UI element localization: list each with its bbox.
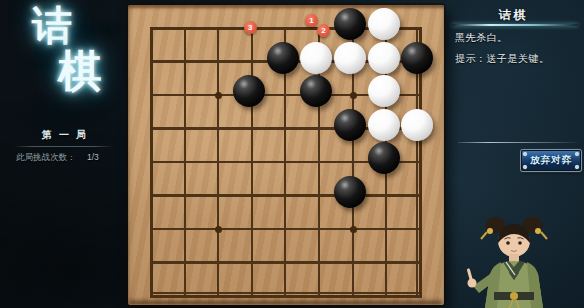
white-stone [368, 42, 400, 74]
board-point[interactable] [336, 112, 370, 146]
title-divider [452, 24, 578, 26]
board-point[interactable] [135, 78, 169, 112]
board-point[interactable] [235, 212, 269, 246]
black-stone [233, 75, 265, 107]
board-point[interactable] [168, 145, 202, 179]
board-point[interactable] [202, 45, 236, 79]
board-point[interactable] [269, 45, 303, 79]
attempts-label: 此局挑战次数： [16, 152, 76, 164]
move-marker-1: 1 [305, 14, 318, 27]
white-stone [401, 109, 433, 141]
board-point[interactable] [135, 246, 169, 280]
board-point[interactable] [303, 112, 337, 146]
move-marker-2: 2 [317, 24, 330, 37]
board-point[interactable] [370, 212, 404, 246]
board-point[interactable] [135, 279, 169, 308]
board-point[interactable] [403, 145, 437, 179]
board-point[interactable] [235, 112, 269, 146]
board-point[interactable] [202, 145, 236, 179]
board-point[interactable] [168, 112, 202, 146]
board-point[interactable] [403, 112, 437, 146]
black-stone [300, 75, 332, 107]
board-point[interactable] [370, 246, 404, 280]
board-point[interactable] [168, 246, 202, 280]
board-point[interactable] [168, 78, 202, 112]
board-point[interactable] [135, 179, 169, 213]
white-stone [368, 75, 400, 107]
board-point[interactable] [336, 246, 370, 280]
move-marker-3: 3 [244, 21, 257, 34]
puzzle-hint: 提示：送子是关键。 [455, 52, 550, 66]
board-point[interactable] [336, 212, 370, 246]
board-point[interactable] [235, 45, 269, 79]
npc-character [457, 212, 577, 308]
white-stone [368, 8, 400, 40]
board-point[interactable] [235, 78, 269, 112]
board-point[interactable] [403, 45, 437, 79]
board-point[interactable] [269, 179, 303, 213]
board-point[interactable] [403, 78, 437, 112]
board-point[interactable] [168, 179, 202, 213]
button-divider [458, 142, 580, 143]
board-point[interactable] [135, 145, 169, 179]
black-stone [334, 8, 366, 40]
white-stone [334, 42, 366, 74]
board-point[interactable] [370, 279, 404, 308]
board-point[interactable] [269, 78, 303, 112]
board-point[interactable] [269, 112, 303, 146]
board-point[interactable] [403, 11, 437, 45]
board-point[interactable] [202, 279, 236, 308]
white-stone [368, 109, 400, 141]
board-point[interactable] [135, 212, 169, 246]
board-point[interactable] [235, 145, 269, 179]
board-point[interactable] [303, 179, 337, 213]
board-point[interactable] [370, 11, 404, 45]
white-stone [300, 42, 332, 74]
black-stone [368, 142, 400, 174]
board-point[interactable] [135, 45, 169, 79]
board-point[interactable] [269, 212, 303, 246]
board-point[interactable] [303, 78, 337, 112]
board-point[interactable] [202, 112, 236, 146]
board-point[interactable] [235, 179, 269, 213]
black-stone [267, 42, 299, 74]
board-point[interactable] [403, 279, 437, 308]
board-point[interactable] [303, 279, 337, 308]
board-point[interactable] [202, 78, 236, 112]
board-point[interactable] [168, 11, 202, 45]
puzzle-calligraphy-art: 诘 棋 [6, 0, 122, 138]
board-point[interactable] [269, 246, 303, 280]
board-point[interactable] [370, 145, 404, 179]
board-point[interactable] [202, 246, 236, 280]
board-point[interactable] [403, 246, 437, 280]
board-point[interactable] [303, 246, 337, 280]
board-point[interactable] [235, 246, 269, 280]
board-point[interactable] [269, 279, 303, 308]
black-stone [334, 176, 366, 208]
board-point[interactable] [168, 279, 202, 308]
puzzle-panel-title: 诘棋 [444, 7, 580, 24]
board-point[interactable] [403, 212, 437, 246]
board-point[interactable] [370, 45, 404, 79]
black-stone [401, 42, 433, 74]
board-point[interactable] [168, 212, 202, 246]
board-point[interactable] [336, 279, 370, 308]
black-stone [334, 109, 366, 141]
board-point[interactable] [336, 45, 370, 79]
board-point[interactable] [303, 212, 337, 246]
board-point[interactable] [235, 279, 269, 308]
give-up-button[interactable]: 放弃对弈 [521, 150, 581, 171]
board-point[interactable] [370, 112, 404, 146]
board-point[interactable] [135, 11, 169, 45]
left-panel-divider [13, 146, 113, 147]
board-point[interactable] [303, 145, 337, 179]
board-point[interactable] [336, 11, 370, 45]
board-point[interactable] [336, 78, 370, 112]
stones-grid [135, 11, 437, 308]
board-point[interactable] [336, 179, 370, 213]
calligraphy-char-2: 棋 [58, 42, 102, 101]
round-title: 第一局 [0, 128, 128, 142]
board-point[interactable] [135, 112, 169, 146]
board-point[interactable] [168, 45, 202, 79]
board-point[interactable] [370, 78, 404, 112]
board-point[interactable] [336, 145, 370, 179]
board-point[interactable] [269, 11, 303, 45]
board-point[interactable] [370, 179, 404, 213]
attempts-value: 1/3 [87, 152, 99, 162]
board-point[interactable] [202, 212, 236, 246]
board-point[interactable] [202, 11, 236, 45]
puzzle-objective: 黑先杀白。 [455, 31, 508, 45]
board-point[interactable] [269, 145, 303, 179]
go-board: 123 [128, 5, 444, 305]
board-point[interactable] [202, 179, 236, 213]
game-screen: 诘 棋 第一局 此局挑战次数： 1/3 123 诘棋 黑先杀白。 提示：送子是关… [0, 0, 584, 308]
board-point[interactable] [303, 45, 337, 79]
board-point[interactable] [403, 179, 437, 213]
